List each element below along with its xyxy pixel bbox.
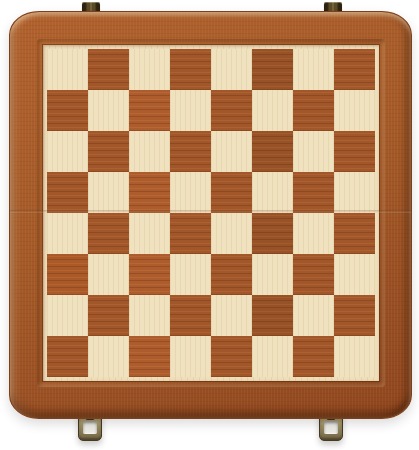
board-square-h3[interactable] xyxy=(334,254,375,295)
board-square-h1[interactable] xyxy=(334,336,375,377)
board-square-f8[interactable] xyxy=(252,49,293,90)
board-square-b7[interactable] xyxy=(88,90,129,131)
board-square-f7[interactable] xyxy=(252,90,293,131)
board-square-c4[interactable] xyxy=(129,213,170,254)
board-square-c2[interactable] xyxy=(129,295,170,336)
board-square-g4[interactable] xyxy=(293,213,334,254)
board-square-f1[interactable] xyxy=(252,336,293,377)
board-square-h4[interactable] xyxy=(334,213,375,254)
board-square-c3[interactable] xyxy=(129,254,170,295)
board-square-f5[interactable] xyxy=(252,172,293,213)
board-square-e4[interactable] xyxy=(211,213,252,254)
board-square-c8[interactable] xyxy=(129,49,170,90)
maple-inlay-border xyxy=(43,45,379,381)
chess-board[interactable] xyxy=(47,49,375,377)
board-square-b6[interactable] xyxy=(88,131,129,172)
board-square-e8[interactable] xyxy=(211,49,252,90)
board-square-d7[interactable] xyxy=(170,90,211,131)
board-square-d2[interactable] xyxy=(170,295,211,336)
board-square-a4[interactable] xyxy=(47,213,88,254)
board-square-a8[interactable] xyxy=(47,49,88,90)
board-square-g8[interactable] xyxy=(293,49,334,90)
board-square-a3[interactable] xyxy=(47,254,88,295)
board-square-e5[interactable] xyxy=(211,172,252,213)
board-square-g7[interactable] xyxy=(293,90,334,131)
board-square-b4[interactable] xyxy=(88,213,129,254)
board-square-h6[interactable] xyxy=(334,131,375,172)
board-square-e6[interactable] xyxy=(211,131,252,172)
board-square-b1[interactable] xyxy=(88,336,129,377)
board-square-f3[interactable] xyxy=(252,254,293,295)
board-square-g2[interactable] xyxy=(293,295,334,336)
board-square-c1[interactable] xyxy=(129,336,170,377)
board-square-d4[interactable] xyxy=(170,213,211,254)
board-square-g1[interactable] xyxy=(293,336,334,377)
board-square-d3[interactable] xyxy=(170,254,211,295)
board-square-h8[interactable] xyxy=(334,49,375,90)
board-square-g6[interactable] xyxy=(293,131,334,172)
board-square-f4[interactable] xyxy=(252,213,293,254)
board-square-d8[interactable] xyxy=(170,49,211,90)
board-square-a5[interactable] xyxy=(47,172,88,213)
board-square-d6[interactable] xyxy=(170,131,211,172)
board-square-h7[interactable] xyxy=(334,90,375,131)
board-square-e3[interactable] xyxy=(211,254,252,295)
board-square-b2[interactable] xyxy=(88,295,129,336)
board-square-g5[interactable] xyxy=(293,172,334,213)
wooden-chess-box-frame xyxy=(9,11,412,419)
board-square-c5[interactable] xyxy=(129,172,170,213)
scene-background xyxy=(0,0,419,450)
board-square-h2[interactable] xyxy=(334,295,375,336)
board-square-d1[interactable] xyxy=(170,336,211,377)
board-square-a1[interactable] xyxy=(47,336,88,377)
board-square-f2[interactable] xyxy=(252,295,293,336)
board-square-f6[interactable] xyxy=(252,131,293,172)
board-square-g3[interactable] xyxy=(293,254,334,295)
board-square-a6[interactable] xyxy=(47,131,88,172)
board-square-c7[interactable] xyxy=(129,90,170,131)
board-square-e1[interactable] xyxy=(211,336,252,377)
board-square-d5[interactable] xyxy=(170,172,211,213)
board-square-e2[interactable] xyxy=(211,295,252,336)
board-square-e7[interactable] xyxy=(211,90,252,131)
board-square-a7[interactable] xyxy=(47,90,88,131)
board-square-c6[interactable] xyxy=(129,131,170,172)
board-square-b5[interactable] xyxy=(88,172,129,213)
board-square-a2[interactable] xyxy=(47,295,88,336)
board-square-b3[interactable] xyxy=(88,254,129,295)
board-square-h5[interactable] xyxy=(334,172,375,213)
board-square-b8[interactable] xyxy=(88,49,129,90)
